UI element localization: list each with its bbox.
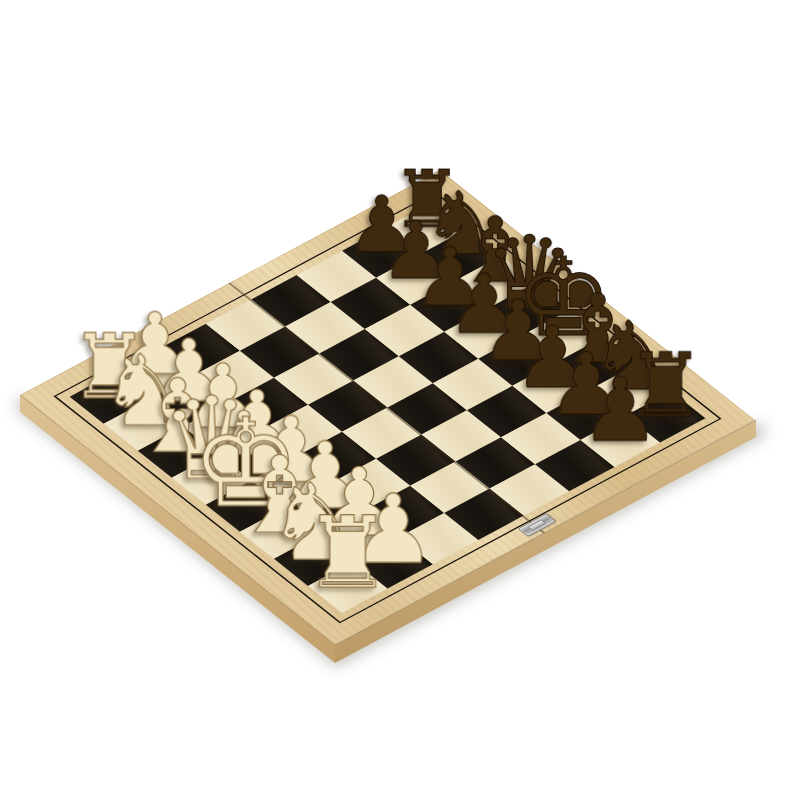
product-photo: ♜♞♝♛♚♝♞♜♟♟♟♟♟♟♟♟♟♟♟♟♟♟♟♟♜♞♝♛♚♝♞♜ (0, 0, 800, 800)
